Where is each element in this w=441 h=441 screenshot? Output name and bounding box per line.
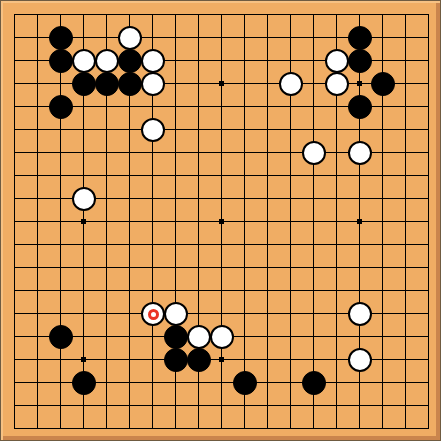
intersection-J3[interactable] <box>187 371 210 394</box>
intersection-C8[interactable] <box>49 256 72 279</box>
intersection-T5[interactable] <box>417 325 440 348</box>
intersection-A6[interactable] <box>3 302 26 325</box>
intersection-M6[interactable] <box>256 302 279 325</box>
intersection-K15[interactable] <box>210 95 233 118</box>
intersection-J5[interactable] <box>187 325 210 348</box>
intersection-J16[interactable] <box>187 72 210 95</box>
intersection-N11[interactable] <box>279 187 302 210</box>
intersection-H10[interactable] <box>164 210 187 233</box>
intersection-E7[interactable] <box>95 279 118 302</box>
intersection-H8[interactable] <box>164 256 187 279</box>
intersection-B1[interactable] <box>26 417 49 440</box>
intersection-M18[interactable] <box>256 26 279 49</box>
intersection-Q15[interactable] <box>348 95 371 118</box>
intersection-T3[interactable] <box>417 371 440 394</box>
intersection-P18[interactable] <box>325 26 348 49</box>
intersection-Q3[interactable] <box>348 371 371 394</box>
intersection-N8[interactable] <box>279 256 302 279</box>
intersection-Q7[interactable] <box>348 279 371 302</box>
intersection-R7[interactable] <box>371 279 394 302</box>
intersection-H2[interactable] <box>164 394 187 417</box>
intersection-R3[interactable] <box>371 371 394 394</box>
intersection-P19[interactable] <box>325 3 348 26</box>
intersection-S4[interactable] <box>394 348 417 371</box>
intersection-S2[interactable] <box>394 394 417 417</box>
intersection-L15[interactable] <box>233 95 256 118</box>
intersection-N13[interactable] <box>279 141 302 164</box>
intersection-P6[interactable] <box>325 302 348 325</box>
intersection-G7[interactable] <box>141 279 164 302</box>
intersection-L1[interactable] <box>233 417 256 440</box>
intersection-H16[interactable] <box>164 72 187 95</box>
intersection-T2[interactable] <box>417 394 440 417</box>
intersection-M5[interactable] <box>256 325 279 348</box>
intersection-E14[interactable] <box>95 118 118 141</box>
intersection-H19[interactable] <box>164 3 187 26</box>
intersection-A17[interactable] <box>3 49 26 72</box>
intersection-K8[interactable] <box>210 256 233 279</box>
intersection-C12[interactable] <box>49 164 72 187</box>
intersection-C3[interactable] <box>49 371 72 394</box>
intersection-A5[interactable] <box>3 325 26 348</box>
intersection-O19[interactable] <box>302 3 325 26</box>
intersection-B12[interactable] <box>26 164 49 187</box>
intersection-R16[interactable] <box>371 72 394 95</box>
intersection-B15[interactable] <box>26 95 49 118</box>
intersection-H4[interactable] <box>164 348 187 371</box>
intersection-L17[interactable] <box>233 49 256 72</box>
intersection-Q18[interactable] <box>348 26 371 49</box>
intersection-S1[interactable] <box>394 417 417 440</box>
intersection-N12[interactable] <box>279 164 302 187</box>
intersection-B11[interactable] <box>26 187 49 210</box>
intersection-H6[interactable] <box>164 302 187 325</box>
intersection-G6[interactable] <box>141 302 164 325</box>
intersection-E6[interactable] <box>95 302 118 325</box>
intersection-J18[interactable] <box>187 26 210 49</box>
intersection-E17[interactable] <box>95 49 118 72</box>
intersection-Q2[interactable] <box>348 394 371 417</box>
intersection-D6[interactable] <box>72 302 95 325</box>
intersection-C2[interactable] <box>49 394 72 417</box>
intersection-H11[interactable] <box>164 187 187 210</box>
go-board[interactable] <box>3 3 440 440</box>
intersection-A12[interactable] <box>3 164 26 187</box>
intersection-E4[interactable] <box>95 348 118 371</box>
intersection-C5[interactable] <box>49 325 72 348</box>
intersection-P16[interactable] <box>325 72 348 95</box>
intersection-N18[interactable] <box>279 26 302 49</box>
intersection-B13[interactable] <box>26 141 49 164</box>
intersection-N10[interactable] <box>279 210 302 233</box>
intersection-S17[interactable] <box>394 49 417 72</box>
intersection-N14[interactable] <box>279 118 302 141</box>
intersection-R9[interactable] <box>371 233 394 256</box>
intersection-N16[interactable] <box>279 72 302 95</box>
intersection-E12[interactable] <box>95 164 118 187</box>
intersection-A2[interactable] <box>3 394 26 417</box>
intersection-P14[interactable] <box>325 118 348 141</box>
intersection-K17[interactable] <box>210 49 233 72</box>
intersection-M1[interactable] <box>256 417 279 440</box>
intersection-L13[interactable] <box>233 141 256 164</box>
intersection-C6[interactable] <box>49 302 72 325</box>
intersection-O8[interactable] <box>302 256 325 279</box>
intersection-P8[interactable] <box>325 256 348 279</box>
intersection-O5[interactable] <box>302 325 325 348</box>
intersection-R4[interactable] <box>371 348 394 371</box>
intersection-N4[interactable] <box>279 348 302 371</box>
intersection-P15[interactable] <box>325 95 348 118</box>
intersection-Q1[interactable] <box>348 417 371 440</box>
intersection-R18[interactable] <box>371 26 394 49</box>
intersection-F8[interactable] <box>118 256 141 279</box>
intersection-T4[interactable] <box>417 348 440 371</box>
intersection-K1[interactable] <box>210 417 233 440</box>
intersection-B14[interactable] <box>26 118 49 141</box>
intersection-G13[interactable] <box>141 141 164 164</box>
intersection-A4[interactable] <box>3 348 26 371</box>
intersection-S16[interactable] <box>394 72 417 95</box>
intersection-L12[interactable] <box>233 164 256 187</box>
intersection-C17[interactable] <box>49 49 72 72</box>
intersection-M2[interactable] <box>256 394 279 417</box>
intersection-D9[interactable] <box>72 233 95 256</box>
intersection-F1[interactable] <box>118 417 141 440</box>
intersection-K12[interactable] <box>210 164 233 187</box>
intersection-E8[interactable] <box>95 256 118 279</box>
intersection-P11[interactable] <box>325 187 348 210</box>
intersection-J9[interactable] <box>187 233 210 256</box>
intersection-R13[interactable] <box>371 141 394 164</box>
intersection-R14[interactable] <box>371 118 394 141</box>
intersection-F7[interactable] <box>118 279 141 302</box>
intersection-L7[interactable] <box>233 279 256 302</box>
intersection-E15[interactable] <box>95 95 118 118</box>
intersection-N7[interactable] <box>279 279 302 302</box>
intersection-G1[interactable] <box>141 417 164 440</box>
intersection-B2[interactable] <box>26 394 49 417</box>
intersection-T9[interactable] <box>417 233 440 256</box>
intersection-F13[interactable] <box>118 141 141 164</box>
intersection-A15[interactable] <box>3 95 26 118</box>
intersection-P7[interactable] <box>325 279 348 302</box>
intersection-G5[interactable] <box>141 325 164 348</box>
intersection-H5[interactable] <box>164 325 187 348</box>
intersection-Q9[interactable] <box>348 233 371 256</box>
intersection-J4[interactable] <box>187 348 210 371</box>
intersection-B6[interactable] <box>26 302 49 325</box>
intersection-R17[interactable] <box>371 49 394 72</box>
intersection-L8[interactable] <box>233 256 256 279</box>
intersection-H9[interactable] <box>164 233 187 256</box>
intersection-T19[interactable] <box>417 3 440 26</box>
intersection-C13[interactable] <box>49 141 72 164</box>
intersection-B17[interactable] <box>26 49 49 72</box>
intersection-C1[interactable] <box>49 417 72 440</box>
intersection-D12[interactable] <box>72 164 95 187</box>
intersection-K11[interactable] <box>210 187 233 210</box>
intersection-F12[interactable] <box>118 164 141 187</box>
intersection-K19[interactable] <box>210 3 233 26</box>
intersection-L18[interactable] <box>233 26 256 49</box>
intersection-D14[interactable] <box>72 118 95 141</box>
intersection-R12[interactable] <box>371 164 394 187</box>
intersection-E9[interactable] <box>95 233 118 256</box>
intersection-M13[interactable] <box>256 141 279 164</box>
intersection-T6[interactable] <box>417 302 440 325</box>
intersection-S8[interactable] <box>394 256 417 279</box>
intersection-C4[interactable] <box>49 348 72 371</box>
intersection-Q14[interactable] <box>348 118 371 141</box>
intersection-M15[interactable] <box>256 95 279 118</box>
intersection-D13[interactable] <box>72 141 95 164</box>
intersection-D10[interactable] <box>72 210 95 233</box>
intersection-R5[interactable] <box>371 325 394 348</box>
intersection-O18[interactable] <box>302 26 325 49</box>
intersection-C19[interactable] <box>49 3 72 26</box>
intersection-F5[interactable] <box>118 325 141 348</box>
intersection-A11[interactable] <box>3 187 26 210</box>
intersection-F2[interactable] <box>118 394 141 417</box>
intersection-M11[interactable] <box>256 187 279 210</box>
intersection-M4[interactable] <box>256 348 279 371</box>
intersection-D2[interactable] <box>72 394 95 417</box>
intersection-S9[interactable] <box>394 233 417 256</box>
intersection-K13[interactable] <box>210 141 233 164</box>
intersection-O17[interactable] <box>302 49 325 72</box>
intersection-S18[interactable] <box>394 26 417 49</box>
intersection-C16[interactable] <box>49 72 72 95</box>
intersection-S14[interactable] <box>394 118 417 141</box>
intersection-G17[interactable] <box>141 49 164 72</box>
intersection-F10[interactable] <box>118 210 141 233</box>
intersection-G11[interactable] <box>141 187 164 210</box>
intersection-S15[interactable] <box>394 95 417 118</box>
intersection-B5[interactable] <box>26 325 49 348</box>
intersection-D18[interactable] <box>72 26 95 49</box>
intersection-P12[interactable] <box>325 164 348 187</box>
intersection-E13[interactable] <box>95 141 118 164</box>
intersection-L16[interactable] <box>233 72 256 95</box>
intersection-D15[interactable] <box>72 95 95 118</box>
intersection-N5[interactable] <box>279 325 302 348</box>
intersection-D11[interactable] <box>72 187 95 210</box>
intersection-D4[interactable] <box>72 348 95 371</box>
intersection-A18[interactable] <box>3 26 26 49</box>
intersection-J15[interactable] <box>187 95 210 118</box>
intersection-T11[interactable] <box>417 187 440 210</box>
intersection-E16[interactable] <box>95 72 118 95</box>
intersection-S12[interactable] <box>394 164 417 187</box>
intersection-H18[interactable] <box>164 26 187 49</box>
intersection-L19[interactable] <box>233 3 256 26</box>
intersection-N1[interactable] <box>279 417 302 440</box>
intersection-B8[interactable] <box>26 256 49 279</box>
intersection-T16[interactable] <box>417 72 440 95</box>
intersection-B10[interactable] <box>26 210 49 233</box>
intersection-P2[interactable] <box>325 394 348 417</box>
intersection-K9[interactable] <box>210 233 233 256</box>
intersection-R10[interactable] <box>371 210 394 233</box>
intersection-N6[interactable] <box>279 302 302 325</box>
intersection-O15[interactable] <box>302 95 325 118</box>
intersection-M8[interactable] <box>256 256 279 279</box>
intersection-Q16[interactable] <box>348 72 371 95</box>
intersection-M7[interactable] <box>256 279 279 302</box>
intersection-N15[interactable] <box>279 95 302 118</box>
intersection-G4[interactable] <box>141 348 164 371</box>
intersection-B4[interactable] <box>26 348 49 371</box>
intersection-R19[interactable] <box>371 3 394 26</box>
intersection-P17[interactable] <box>325 49 348 72</box>
intersection-B16[interactable] <box>26 72 49 95</box>
intersection-S7[interactable] <box>394 279 417 302</box>
intersection-A10[interactable] <box>3 210 26 233</box>
intersection-H17[interactable] <box>164 49 187 72</box>
intersection-O11[interactable] <box>302 187 325 210</box>
intersection-O6[interactable] <box>302 302 325 325</box>
intersection-F4[interactable] <box>118 348 141 371</box>
intersection-O2[interactable] <box>302 394 325 417</box>
intersection-S11[interactable] <box>394 187 417 210</box>
intersection-P1[interactable] <box>325 417 348 440</box>
intersection-T14[interactable] <box>417 118 440 141</box>
intersection-F6[interactable] <box>118 302 141 325</box>
intersection-S13[interactable] <box>394 141 417 164</box>
intersection-A1[interactable] <box>3 417 26 440</box>
intersection-F15[interactable] <box>118 95 141 118</box>
intersection-A13[interactable] <box>3 141 26 164</box>
intersection-C15[interactable] <box>49 95 72 118</box>
intersection-J13[interactable] <box>187 141 210 164</box>
intersection-D8[interactable] <box>72 256 95 279</box>
intersection-J11[interactable] <box>187 187 210 210</box>
intersection-C7[interactable] <box>49 279 72 302</box>
intersection-O4[interactable] <box>302 348 325 371</box>
intersection-Q13[interactable] <box>348 141 371 164</box>
intersection-M19[interactable] <box>256 3 279 26</box>
intersection-G3[interactable] <box>141 371 164 394</box>
intersection-J10[interactable] <box>187 210 210 233</box>
intersection-S3[interactable] <box>394 371 417 394</box>
intersection-Q5[interactable] <box>348 325 371 348</box>
intersection-J1[interactable] <box>187 417 210 440</box>
intersection-G9[interactable] <box>141 233 164 256</box>
intersection-R8[interactable] <box>371 256 394 279</box>
intersection-Q19[interactable] <box>348 3 371 26</box>
intersection-K6[interactable] <box>210 302 233 325</box>
intersection-Q17[interactable] <box>348 49 371 72</box>
intersection-G18[interactable] <box>141 26 164 49</box>
intersection-E10[interactable] <box>95 210 118 233</box>
intersection-L5[interactable] <box>233 325 256 348</box>
intersection-N19[interactable] <box>279 3 302 26</box>
intersection-J17[interactable] <box>187 49 210 72</box>
intersection-B7[interactable] <box>26 279 49 302</box>
intersection-B19[interactable] <box>26 3 49 26</box>
intersection-N3[interactable] <box>279 371 302 394</box>
intersection-K14[interactable] <box>210 118 233 141</box>
intersection-O9[interactable] <box>302 233 325 256</box>
intersection-G2[interactable] <box>141 394 164 417</box>
intersection-O10[interactable] <box>302 210 325 233</box>
intersection-M12[interactable] <box>256 164 279 187</box>
intersection-E2[interactable] <box>95 394 118 417</box>
intersection-A7[interactable] <box>3 279 26 302</box>
intersection-C14[interactable] <box>49 118 72 141</box>
intersection-L9[interactable] <box>233 233 256 256</box>
intersection-C11[interactable] <box>49 187 72 210</box>
intersection-A8[interactable] <box>3 256 26 279</box>
intersection-N2[interactable] <box>279 394 302 417</box>
intersection-S10[interactable] <box>394 210 417 233</box>
intersection-E18[interactable] <box>95 26 118 49</box>
intersection-D3[interactable] <box>72 371 95 394</box>
intersection-J14[interactable] <box>187 118 210 141</box>
intersection-J6[interactable] <box>187 302 210 325</box>
intersection-T15[interactable] <box>417 95 440 118</box>
intersection-J12[interactable] <box>187 164 210 187</box>
intersection-L4[interactable] <box>233 348 256 371</box>
intersection-A3[interactable] <box>3 371 26 394</box>
intersection-M10[interactable] <box>256 210 279 233</box>
intersection-R2[interactable] <box>371 394 394 417</box>
intersection-D7[interactable] <box>72 279 95 302</box>
intersection-K2[interactable] <box>210 394 233 417</box>
intersection-E5[interactable] <box>95 325 118 348</box>
intersection-H1[interactable] <box>164 417 187 440</box>
intersection-N17[interactable] <box>279 49 302 72</box>
intersection-H3[interactable] <box>164 371 187 394</box>
intersection-S19[interactable] <box>394 3 417 26</box>
intersection-O3[interactable] <box>302 371 325 394</box>
intersection-Q11[interactable] <box>348 187 371 210</box>
intersection-G10[interactable] <box>141 210 164 233</box>
intersection-D19[interactable] <box>72 3 95 26</box>
intersection-K5[interactable] <box>210 325 233 348</box>
intersection-D17[interactable] <box>72 49 95 72</box>
intersection-E11[interactable] <box>95 187 118 210</box>
intersection-H7[interactable] <box>164 279 187 302</box>
intersection-F18[interactable] <box>118 26 141 49</box>
intersection-D5[interactable] <box>72 325 95 348</box>
intersection-G15[interactable] <box>141 95 164 118</box>
intersection-T13[interactable] <box>417 141 440 164</box>
intersection-O12[interactable] <box>302 164 325 187</box>
intersection-T18[interactable] <box>417 26 440 49</box>
intersection-L2[interactable] <box>233 394 256 417</box>
intersection-F14[interactable] <box>118 118 141 141</box>
intersection-T1[interactable] <box>417 417 440 440</box>
intersection-H13[interactable] <box>164 141 187 164</box>
intersection-S6[interactable] <box>394 302 417 325</box>
intersection-G19[interactable] <box>141 3 164 26</box>
intersection-C9[interactable] <box>49 233 72 256</box>
intersection-G16[interactable] <box>141 72 164 95</box>
intersection-K10[interactable] <box>210 210 233 233</box>
intersection-F11[interactable] <box>118 187 141 210</box>
intersection-J7[interactable] <box>187 279 210 302</box>
intersection-S5[interactable] <box>394 325 417 348</box>
intersection-M17[interactable] <box>256 49 279 72</box>
intersection-R6[interactable] <box>371 302 394 325</box>
intersection-Q10[interactable] <box>348 210 371 233</box>
intersection-E19[interactable] <box>95 3 118 26</box>
intersection-Q12[interactable] <box>348 164 371 187</box>
intersection-P9[interactable] <box>325 233 348 256</box>
intersection-Q8[interactable] <box>348 256 371 279</box>
